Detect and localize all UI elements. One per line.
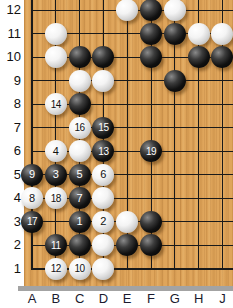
move-number: 6 (100, 169, 106, 180)
stone-C4: 7 (69, 187, 91, 209)
stone-F3 (140, 211, 162, 233)
stone-B5: 3 (45, 164, 67, 186)
move-number: 1 (77, 216, 83, 227)
stone-C3: 1 (69, 211, 91, 233)
stone-G9 (164, 70, 186, 92)
move-number: 7 (77, 193, 83, 204)
row-label-6: 6 (0, 144, 21, 158)
stone-B11 (45, 23, 67, 45)
grid-hline-7 (31, 127, 233, 128)
row-label-2: 2 (0, 238, 21, 252)
col-label-E: E (117, 292, 137, 306)
stone-B4: 18 (45, 187, 67, 209)
stone-B6: 4 (45, 140, 67, 162)
move-number: 11 (51, 240, 60, 251)
move-number: 4 (53, 146, 59, 157)
row-label-11: 11 (0, 27, 21, 41)
stone-B1: 12 (45, 258, 67, 280)
row-label-3: 3 (0, 215, 21, 229)
stone-D4 (92, 187, 114, 209)
stone-F11 (140, 23, 162, 45)
stone-J11 (211, 23, 233, 45)
col-label-F: F (141, 292, 161, 306)
move-number: 5 (77, 169, 83, 180)
stone-D2 (92, 234, 114, 256)
move-number: 19 (146, 146, 156, 157)
move-number: 9 (29, 169, 35, 180)
stone-B8: 14 (45, 93, 67, 115)
stone-E12 (116, 0, 138, 21)
row-label-1: 1 (0, 262, 21, 276)
stone-A5: 9 (21, 164, 43, 186)
stone-G12 (164, 0, 186, 21)
stone-J10 (211, 46, 233, 68)
stone-A3: 17 (21, 211, 43, 233)
stone-H10 (188, 46, 210, 68)
move-number: 2 (100, 216, 106, 227)
stone-C1: 10 (69, 258, 91, 280)
stone-C2 (69, 234, 91, 256)
move-number: 8 (29, 193, 35, 204)
stone-F10 (140, 46, 162, 68)
col-label-J: J (212, 292, 232, 306)
stone-D9 (92, 70, 114, 92)
stone-D7: 15 (92, 117, 114, 139)
stone-E2 (116, 234, 138, 256)
row-label-10: 10 (0, 50, 21, 64)
stone-F2 (140, 234, 162, 256)
row-label-4: 4 (0, 191, 21, 205)
move-number: 15 (98, 122, 108, 133)
move-number: 16 (75, 122, 85, 133)
stone-F12 (140, 0, 162, 21)
row-labels: 121110987654321 (0, 0, 24, 286)
move-number: 3 (53, 169, 59, 180)
move-number: 18 (51, 193, 61, 204)
stone-D5: 6 (92, 164, 114, 186)
stone-A4: 8 (21, 187, 43, 209)
row-label-9: 9 (0, 74, 21, 88)
stone-B10 (45, 46, 67, 68)
move-number: 13 (98, 146, 108, 157)
stone-C10 (69, 46, 91, 68)
stone-E3 (116, 211, 138, 233)
col-label-A: A (22, 292, 42, 306)
move-number: 14 (51, 99, 61, 110)
move-number: 10 (75, 263, 85, 274)
stone-C7: 16 (69, 117, 91, 139)
stone-D1 (92, 258, 114, 280)
stone-D10 (92, 46, 114, 68)
row-label-12: 12 (0, 3, 21, 17)
stone-C8 (69, 93, 91, 115)
row-label-8: 8 (0, 97, 21, 111)
stone-C9 (69, 70, 91, 92)
go-diagram: 14161541319935681871712111210 1211109876… (0, 0, 233, 308)
col-label-C: C (70, 292, 90, 306)
stone-C6 (69, 140, 91, 162)
stone-D6: 13 (92, 140, 114, 162)
grid-hline-9 (31, 80, 233, 81)
row-label-5: 5 (0, 168, 21, 182)
col-label-D: D (93, 292, 113, 306)
col-label-H: H (189, 292, 209, 306)
board-surface[interactable]: 14161541319935681871712111210 (24, 0, 233, 286)
col-label-B: B (46, 292, 66, 306)
row-label-7: 7 (0, 121, 21, 135)
stone-C5: 5 (69, 164, 91, 186)
stone-D3: 2 (92, 211, 114, 233)
move-number: 17 (27, 216, 37, 227)
stone-H11 (188, 23, 210, 45)
move-number: 12 (51, 263, 61, 274)
col-label-G: G (165, 292, 185, 306)
stone-G11 (164, 23, 186, 45)
stone-B2: 11 (45, 234, 67, 256)
stone-F6: 19 (140, 140, 162, 162)
